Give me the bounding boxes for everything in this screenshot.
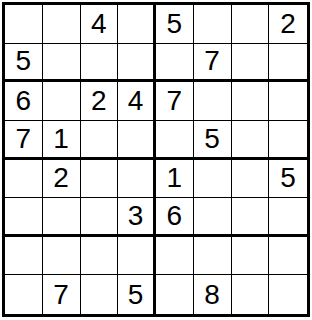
- sudoku-cell-r6c8[interactable]: [269, 198, 307, 237]
- sudoku-cell-r4c3[interactable]: [81, 121, 119, 160]
- sudoku-cell-r5c3[interactable]: [81, 160, 119, 199]
- sudoku-cell-r5c4[interactable]: [118, 160, 156, 199]
- sudoku-cell-r8c8[interactable]: [269, 275, 307, 314]
- sudoku-cell-r3c8[interactable]: [269, 82, 307, 121]
- sudoku-cell-r8c3[interactable]: [81, 275, 119, 314]
- sudoku-cell-r5c5[interactable]: 1: [156, 160, 194, 199]
- sudoku-cell-r8c7[interactable]: [232, 275, 270, 314]
- sudoku-board: 45257624771521536758: [2, 2, 310, 317]
- sudoku-cell-r2c8[interactable]: [269, 44, 307, 83]
- sudoku-cell-r4c8[interactable]: [269, 121, 307, 160]
- sudoku-cell-r6c7[interactable]: [232, 198, 270, 237]
- sudoku-cell-r3c1[interactable]: 6: [5, 82, 43, 121]
- sudoku-cell-r7c8[interactable]: [269, 237, 307, 276]
- sudoku-cell-r4c5[interactable]: [156, 121, 194, 160]
- sudoku-cell-r6c1[interactable]: [5, 198, 43, 237]
- sudoku-cell-r1c1[interactable]: [5, 5, 43, 44]
- sudoku-cell-r1c8[interactable]: 2: [269, 5, 307, 44]
- sudoku-cell-r7c6[interactable]: [194, 237, 232, 276]
- sudoku-cell-r2c4[interactable]: [118, 44, 156, 83]
- sudoku-cell-r5c1[interactable]: [5, 160, 43, 199]
- sudoku-cell-r8c5[interactable]: [156, 275, 194, 314]
- sudoku-cell-r6c3[interactable]: [81, 198, 119, 237]
- sudoku-cell-r2c6[interactable]: 7: [194, 44, 232, 83]
- sudoku-cell-r7c3[interactable]: [81, 237, 119, 276]
- sudoku-cell-r5c6[interactable]: [194, 160, 232, 199]
- sudoku-cell-r5c2[interactable]: 2: [43, 160, 81, 199]
- sudoku-cell-r7c7[interactable]: [232, 237, 270, 276]
- sudoku-cell-r4c1[interactable]: 7: [5, 121, 43, 160]
- sudoku-cell-r1c4[interactable]: [118, 5, 156, 44]
- sudoku-cell-r4c7[interactable]: [232, 121, 270, 160]
- sudoku-cell-r7c1[interactable]: [5, 237, 43, 276]
- sudoku-cell-r1c5[interactable]: 5: [156, 5, 194, 44]
- sudoku-cell-r4c2[interactable]: 1: [43, 121, 81, 160]
- sudoku-cell-r2c5[interactable]: [156, 44, 194, 83]
- sudoku-cell-r3c5[interactable]: 7: [156, 82, 194, 121]
- sudoku-cell-r6c4[interactable]: 3: [118, 198, 156, 237]
- sudoku-cell-r3c2[interactable]: [43, 82, 81, 121]
- sudoku-cell-r2c3[interactable]: [81, 44, 119, 83]
- sudoku-cell-r7c4[interactable]: [118, 237, 156, 276]
- sudoku-cell-r2c1[interactable]: 5: [5, 44, 43, 83]
- sudoku-cell-r8c4[interactable]: 5: [118, 275, 156, 314]
- sudoku-cell-r5c8[interactable]: 5: [269, 160, 307, 199]
- sudoku-cell-r7c5[interactable]: [156, 237, 194, 276]
- sudoku-cell-r5c7[interactable]: [232, 160, 270, 199]
- sudoku-cell-r2c7[interactable]: [232, 44, 270, 83]
- sudoku-cell-r8c1[interactable]: [5, 275, 43, 314]
- sudoku-cell-r1c6[interactable]: [194, 5, 232, 44]
- sudoku-cell-r4c6[interactable]: 5: [194, 121, 232, 160]
- sudoku-cell-r6c2[interactable]: [43, 198, 81, 237]
- sudoku-cell-r1c3[interactable]: 4: [81, 5, 119, 44]
- sudoku-cell-r3c6[interactable]: [194, 82, 232, 121]
- sudoku-cell-r1c2[interactable]: [43, 5, 81, 44]
- sudoku-cell-r3c3[interactable]: 2: [81, 82, 119, 121]
- sudoku-cell-r6c5[interactable]: 6: [156, 198, 194, 237]
- sudoku-cell-r3c4[interactable]: 4: [118, 82, 156, 121]
- sudoku-cell-r1c7[interactable]: [232, 5, 270, 44]
- sudoku-cell-r6c6[interactable]: [194, 198, 232, 237]
- sudoku-cell-r7c2[interactable]: [43, 237, 81, 276]
- sudoku-cell-r8c6[interactable]: 8: [194, 275, 232, 314]
- sudoku-cell-r8c2[interactable]: 7: [43, 275, 81, 314]
- sudoku-cell-r2c2[interactable]: [43, 44, 81, 83]
- sudoku-cell-r3c7[interactable]: [232, 82, 270, 121]
- sudoku-cell-r4c4[interactable]: [118, 121, 156, 160]
